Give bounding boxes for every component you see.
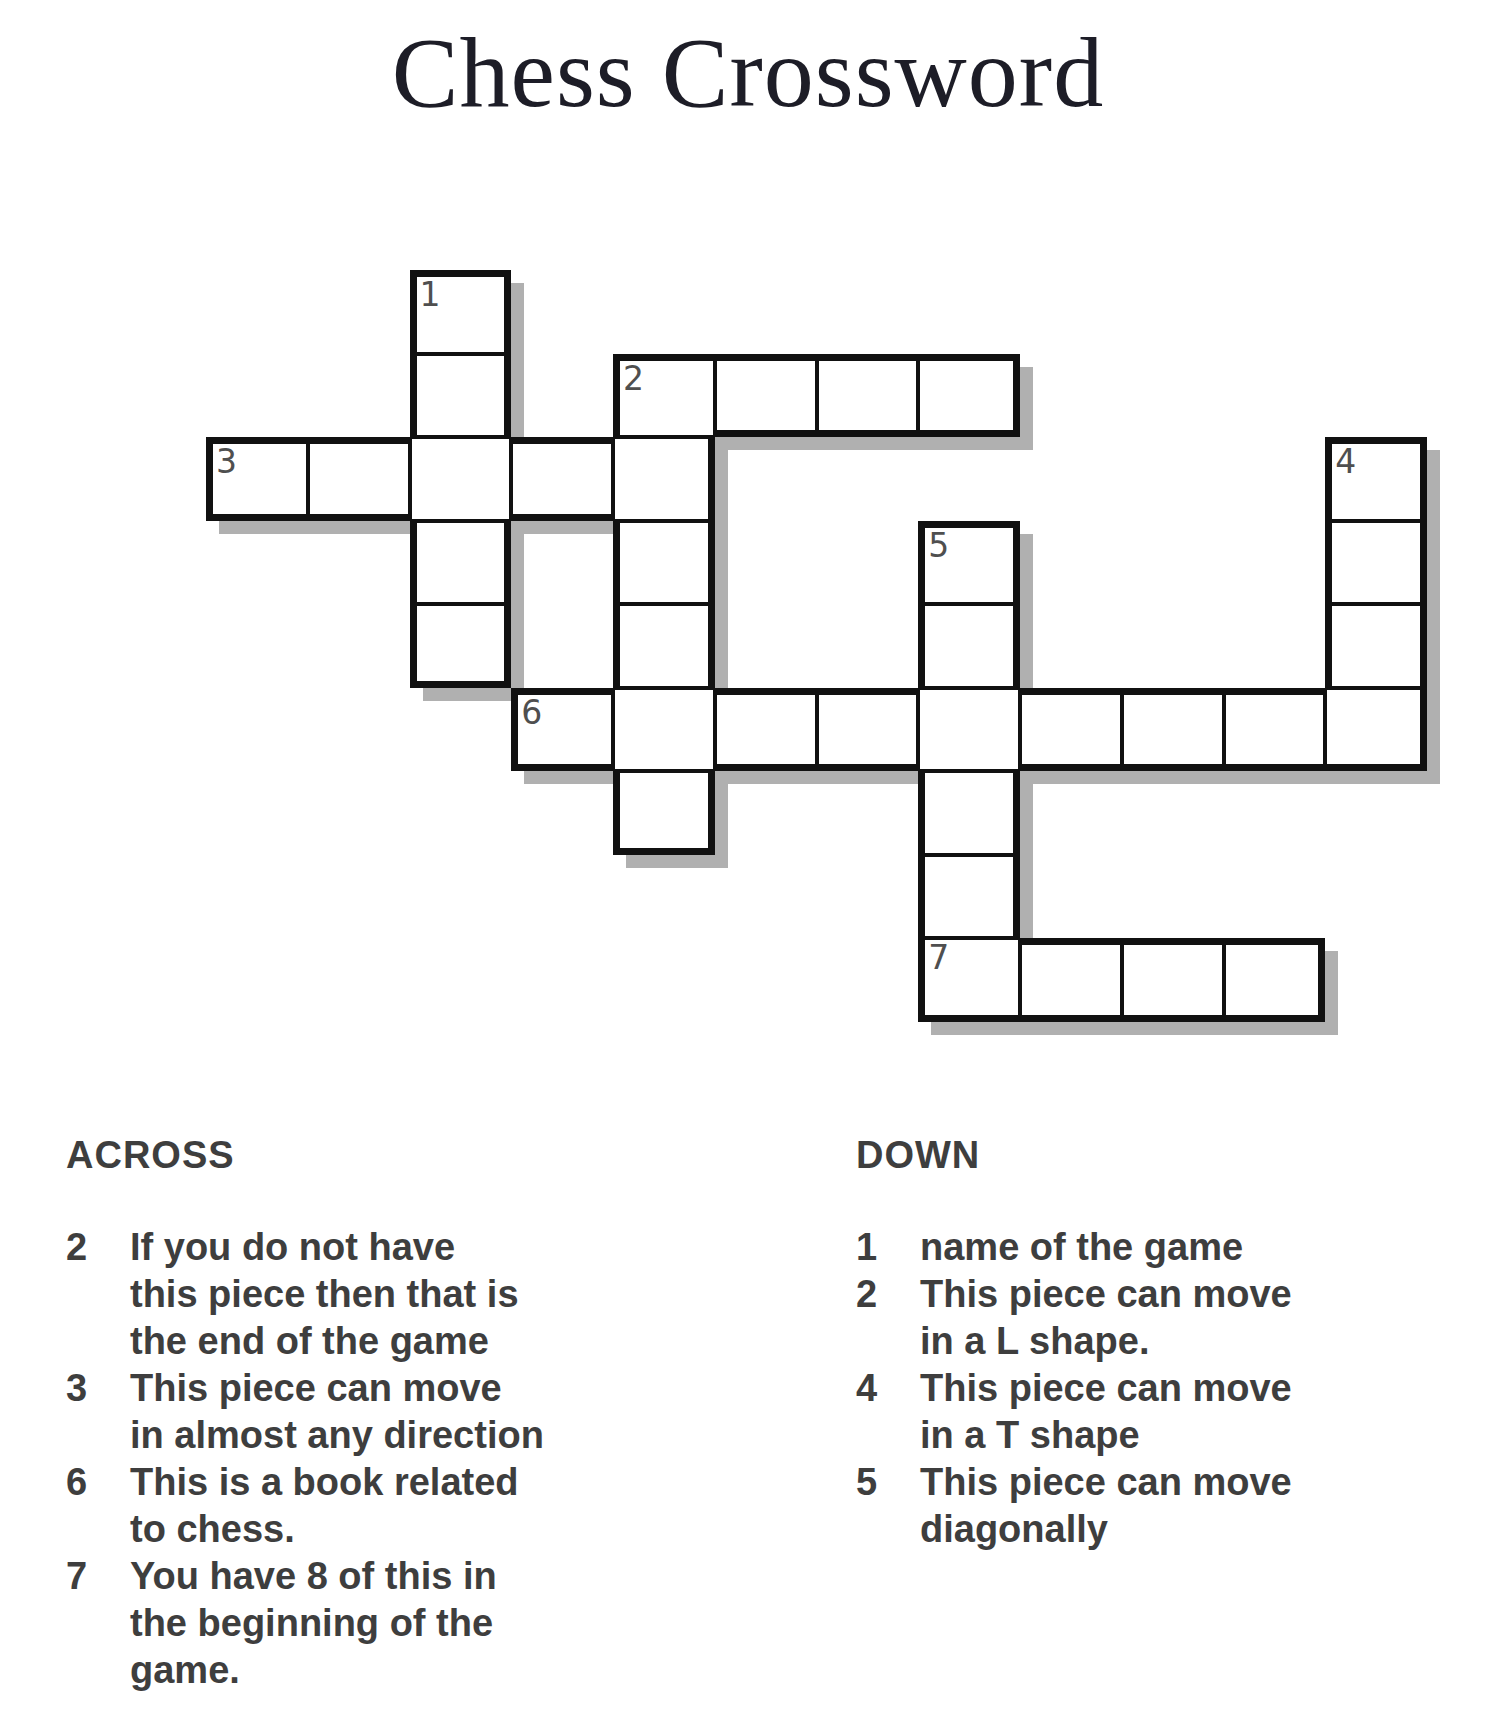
clue-item: 7You have 8 of this inthe beginning of t… xyxy=(66,1553,626,1694)
grid-cell[interactable] xyxy=(1325,521,1427,605)
clue-item-text: This piece can movein a L shape. xyxy=(920,1271,1292,1365)
grid-cell[interactable] xyxy=(1122,938,1224,1022)
clue-text-line: This piece can move xyxy=(920,1365,1292,1412)
clue-item-number: 1 xyxy=(856,1224,920,1271)
clue-item: 1name of the game xyxy=(856,1224,1416,1271)
grid-cell[interactable] xyxy=(715,688,817,772)
clue-text-line: This piece can move xyxy=(920,1271,1292,1318)
grid-cell[interactable]: 5 xyxy=(918,521,1020,605)
clue-number: 6 xyxy=(521,695,542,731)
grid-cell[interactable] xyxy=(613,521,715,605)
clue-item-number: 2 xyxy=(66,1224,130,1271)
grid-cell[interactable] xyxy=(613,437,715,521)
down-header: DOWN xyxy=(856,1136,1416,1174)
clue-number: 7 xyxy=(928,940,949,976)
grid-cell[interactable] xyxy=(613,604,715,688)
grid-cell[interactable]: 6 xyxy=(511,688,613,772)
grid-cell[interactable]: 4 xyxy=(1325,437,1427,521)
clue-text-line: in a T shape xyxy=(920,1412,1292,1459)
across-header: ACROSS xyxy=(66,1136,626,1174)
grid-cell[interactable] xyxy=(410,521,512,605)
clue-item-text: This piece can movein a T shape xyxy=(920,1365,1292,1459)
clue-item-number: 2 xyxy=(856,1271,920,1318)
clue-item-number: 4 xyxy=(856,1365,920,1412)
down-clue-list: 1name of the game2This piece can movein … xyxy=(856,1224,1416,1553)
grid-cell[interactable] xyxy=(918,771,1020,855)
clue-item-text: You have 8 of this inthe beginning of th… xyxy=(130,1553,497,1694)
clue-number: 3 xyxy=(216,444,237,480)
clue-number: 4 xyxy=(1335,444,1356,480)
clue-text-line: If you do not have xyxy=(130,1224,519,1271)
clue-item-number: 6 xyxy=(66,1459,130,1506)
clue-text-line: This piece can move xyxy=(920,1459,1292,1506)
clue-item: 2This piece can movein a L shape. xyxy=(856,1271,1416,1365)
clue-text-line: in almost any direction xyxy=(130,1412,544,1459)
grid-cell[interactable] xyxy=(308,437,410,521)
grid-cell[interactable] xyxy=(410,604,512,688)
clue-text-line: game. xyxy=(130,1647,497,1694)
clue-text-line: this piece then that is xyxy=(130,1271,519,1318)
grid-cell[interactable] xyxy=(613,688,715,772)
grid-cell[interactable] xyxy=(613,771,715,855)
clue-text-line: This piece can move xyxy=(130,1365,544,1412)
grid-cell[interactable] xyxy=(1325,688,1427,772)
clue-text-line: name of the game xyxy=(920,1224,1243,1271)
grid-cell[interactable] xyxy=(1020,938,1122,1022)
across-clues: ACROSS 2If you do not havethis piece the… xyxy=(66,1136,626,1694)
grid-cell[interactable] xyxy=(1224,688,1326,772)
grid-cell[interactable] xyxy=(918,688,1020,772)
grid-cell[interactable] xyxy=(918,604,1020,688)
grid-cell[interactable]: 7 xyxy=(918,938,1020,1022)
grid-cell[interactable] xyxy=(410,354,512,438)
clue-item-text: This piece can movediagonally xyxy=(920,1459,1292,1553)
clue-text-line: the beginning of the xyxy=(130,1600,497,1647)
clue-text-line: diagonally xyxy=(920,1506,1292,1553)
grid-cell[interactable] xyxy=(1020,688,1122,772)
page: Chess Crossword 1234567 ACROSS 2If you d… xyxy=(0,0,1496,1729)
clue-item-number: 7 xyxy=(66,1553,130,1600)
clue-item-text: This piece can movein almost any directi… xyxy=(130,1365,544,1459)
grid-cell[interactable] xyxy=(1224,938,1326,1022)
grid-cell[interactable] xyxy=(918,855,1020,939)
grid-cell[interactable] xyxy=(817,688,919,772)
clue-item-number: 3 xyxy=(66,1365,130,1412)
clue-item: 2If you do not havethis piece then that … xyxy=(66,1224,626,1365)
clue-text-line: You have 8 of this in xyxy=(130,1553,497,1600)
clue-item-text: name of the game xyxy=(920,1224,1243,1271)
grid-cell[interactable]: 3 xyxy=(206,437,308,521)
clue-text-line: in a L shape. xyxy=(920,1318,1292,1365)
across-clue-list: 2If you do not havethis piece then that … xyxy=(66,1224,626,1694)
clue-number: 1 xyxy=(420,277,441,313)
grid-cell[interactable] xyxy=(511,437,613,521)
clue-text-line: to chess. xyxy=(130,1506,519,1553)
clue-item: 3This piece can movein almost any direct… xyxy=(66,1365,626,1459)
grid-cell[interactable] xyxy=(918,354,1020,438)
clue-item: 6This is a book relatedto chess. xyxy=(66,1459,626,1553)
grid-cell[interactable]: 1 xyxy=(410,270,512,354)
clue-item: 5This piece can movediagonally xyxy=(856,1459,1416,1553)
clue-number: 5 xyxy=(928,528,949,564)
crossword-grid: 1234567 xyxy=(206,270,1427,1022)
grid-cell[interactable] xyxy=(817,354,919,438)
grid-cell[interactable] xyxy=(715,354,817,438)
clue-item-text: If you do not havethis piece then that i… xyxy=(130,1224,519,1365)
clue-number: 2 xyxy=(623,361,644,397)
grid-cell[interactable] xyxy=(1122,688,1224,772)
clue-item-number: 5 xyxy=(856,1459,920,1506)
page-title: Chess Crossword xyxy=(0,18,1496,128)
grid-cell[interactable]: 2 xyxy=(613,354,715,438)
clue-text-line: the end of the game xyxy=(130,1318,519,1365)
clue-item-text: This is a book relatedto chess. xyxy=(130,1459,519,1553)
clue-item: 4This piece can movein a T shape xyxy=(856,1365,1416,1459)
clue-text-line: This is a book related xyxy=(130,1459,519,1506)
grid-cell[interactable] xyxy=(410,437,512,521)
grid-cell[interactable] xyxy=(1325,604,1427,688)
down-clues: DOWN 1name of the game2This piece can mo… xyxy=(856,1136,1416,1553)
